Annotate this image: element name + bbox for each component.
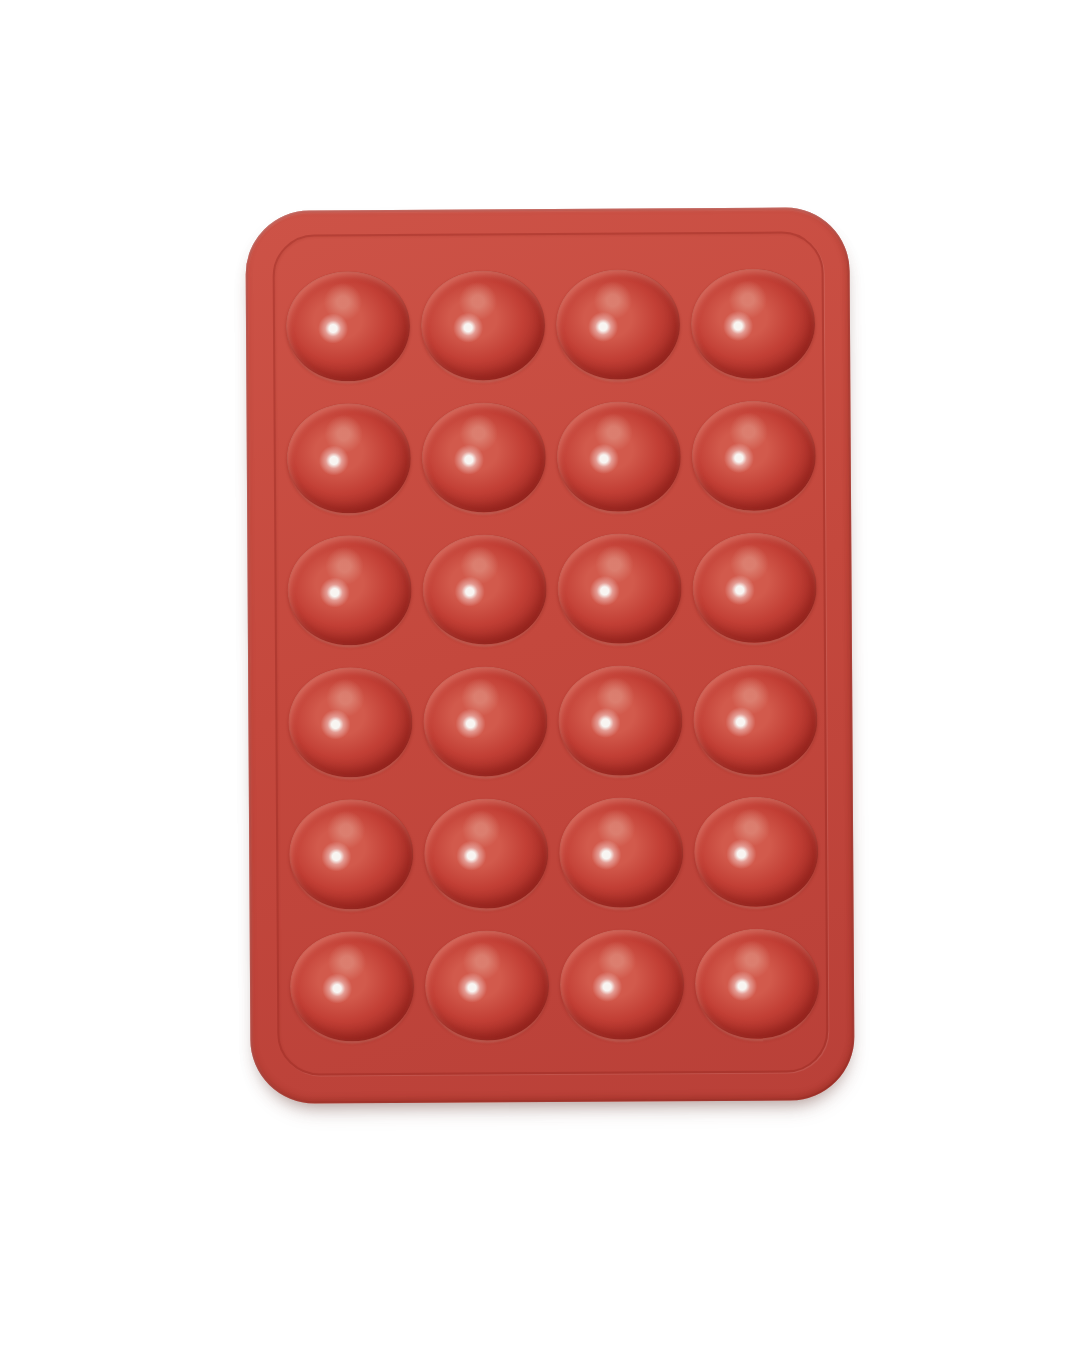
suction-cup: [691, 268, 816, 379]
suction-cup: [288, 667, 413, 778]
suction-cup: [695, 928, 820, 1039]
suction-cup: [557, 533, 682, 644]
suction-cup-pad: [245, 207, 854, 1104]
suction-cup: [422, 534, 547, 645]
suction-cup-grid: [245, 207, 854, 1104]
suction-cup: [692, 532, 817, 643]
suction-cup: [421, 402, 546, 513]
photo-background: [0, 0, 1080, 1350]
suction-cup: [290, 931, 415, 1042]
suction-cup: [556, 401, 681, 512]
suction-cup: [691, 400, 816, 511]
suction-cup: [286, 403, 411, 514]
suction-cup: [559, 797, 684, 908]
suction-cup: [558, 665, 683, 776]
suction-cup: [421, 270, 546, 381]
suction-cup: [287, 535, 412, 646]
suction-cup: [286, 271, 411, 382]
suction-cup: [424, 798, 549, 909]
suction-cup: [556, 269, 681, 380]
suction-cup: [425, 930, 550, 1041]
suction-cup: [694, 796, 819, 907]
suction-cup: [423, 666, 548, 777]
suction-cup: [560, 929, 685, 1040]
suction-cup: [289, 799, 414, 910]
suction-cup: [693, 664, 818, 775]
